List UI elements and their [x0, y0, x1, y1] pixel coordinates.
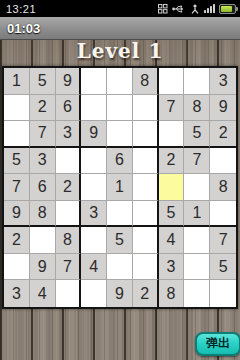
usb-icon [172, 4, 186, 14]
cell-r3c3[interactable]: 3 [56, 121, 82, 148]
cell-r4c7[interactable]: 2 [159, 148, 185, 175]
cell-r6c5[interactable] [107, 201, 133, 228]
cell-r7c9[interactable]: 7 [210, 227, 236, 254]
cell-r6c8[interactable]: 1 [184, 201, 210, 228]
cell-r4c4[interactable] [81, 148, 107, 175]
cell-r2c4[interactable] [81, 95, 107, 122]
cell-r6c7[interactable]: 5 [159, 201, 185, 228]
grid-apps-icon [158, 4, 168, 14]
elapsed-time: 01:03 [0, 21, 40, 36]
cell-r1c8[interactable] [184, 68, 210, 95]
cell-r9c7[interactable]: 8 [159, 280, 185, 307]
cell-r5c1[interactable]: 7 [4, 174, 30, 201]
cell-r9c8[interactable] [184, 280, 210, 307]
cell-r1c6[interactable]: 8 [133, 68, 159, 95]
cell-r7c4[interactable] [81, 227, 107, 254]
cell-r6c4[interactable]: 3 [81, 201, 107, 228]
cell-r2c3[interactable]: 6 [56, 95, 82, 122]
cell-r2c5[interactable] [107, 95, 133, 122]
cell-r5c5[interactable]: 1 [107, 174, 133, 201]
cell-r6c1[interactable]: 9 [4, 201, 30, 228]
cell-r4c2[interactable]: 3 [30, 148, 56, 175]
cell-r4c6[interactable] [133, 148, 159, 175]
cell-r3c6[interactable] [133, 121, 159, 148]
battery-icon [219, 4, 236, 14]
cell-r7c1[interactable]: 2 [4, 227, 30, 254]
cell-r8c8[interactable] [184, 254, 210, 281]
cell-r2c8[interactable]: 8 [184, 95, 210, 122]
cell-r6c9[interactable] [210, 201, 236, 228]
cell-r3c5[interactable] [107, 121, 133, 148]
cell-r3c4[interactable]: 9 [81, 121, 107, 148]
cell-r7c6[interactable] [133, 227, 159, 254]
cell-r2c2[interactable]: 2 [30, 95, 56, 122]
cell-r2c9[interactable]: 9 [210, 95, 236, 122]
cell-r9c9[interactable] [210, 280, 236, 307]
cell-r1c9[interactable]: 3 [210, 68, 236, 95]
cell-r8c9[interactable]: 5 [210, 254, 236, 281]
cell-r7c8[interactable] [184, 227, 210, 254]
cell-r9c1[interactable]: 3 [4, 280, 30, 307]
cell-r5c8[interactable] [184, 174, 210, 201]
cell-r5c6[interactable] [133, 174, 159, 201]
cell-r3c8[interactable]: 5 [184, 121, 210, 148]
clock-label: 13:21 [0, 3, 36, 15]
cell-r8c3[interactable]: 7 [56, 254, 82, 281]
cell-r9c3[interactable] [56, 280, 82, 307]
cell-r6c6[interactable] [133, 201, 159, 228]
cell-r9c5[interactable]: 9 [107, 280, 133, 307]
cell-r8c7[interactable]: 3 [159, 254, 185, 281]
cell-r1c5[interactable] [107, 68, 133, 95]
cell-r9c2[interactable]: 4 [30, 280, 56, 307]
cell-r1c4[interactable] [81, 68, 107, 95]
phone-screen: 13:21 [0, 0, 240, 360]
cell-r5c3[interactable]: 2 [56, 174, 82, 201]
cell-r2c7[interactable]: 7 [159, 95, 185, 122]
cell-r7c7[interactable]: 4 [159, 227, 185, 254]
cell-r6c3[interactable] [56, 201, 82, 228]
cell-r7c5[interactable]: 5 [107, 227, 133, 254]
cell-r7c3[interactable]: 8 [56, 227, 82, 254]
cell-r5c4[interactable] [81, 174, 107, 201]
cell-r6c2[interactable]: 8 [30, 201, 56, 228]
cell-r5c7[interactable] [159, 174, 185, 201]
cell-r3c7[interactable] [159, 121, 185, 148]
cell-r8c1[interactable] [4, 254, 30, 281]
cell-r4c5[interactable]: 6 [107, 148, 133, 175]
cell-r2c1[interactable] [4, 95, 30, 122]
cell-r4c1[interactable]: 5 [4, 148, 30, 175]
cell-r5c9[interactable]: 8 [210, 174, 236, 201]
cell-r5c2[interactable]: 6 [30, 174, 56, 201]
page-title: Level 1 [0, 39, 240, 65]
cell-r2c6[interactable] [133, 95, 159, 122]
cell-r1c2[interactable]: 5 [30, 68, 56, 95]
tethering-icon [190, 4, 200, 14]
cell-r9c6[interactable]: 2 [133, 280, 159, 307]
signal-strength-icon [204, 4, 215, 13]
cell-r9c4[interactable] [81, 280, 107, 307]
cell-r8c6[interactable] [133, 254, 159, 281]
cell-r1c1[interactable]: 1 [4, 68, 30, 95]
cell-r3c2[interactable]: 7 [30, 121, 56, 148]
cell-r4c9[interactable] [210, 148, 236, 175]
cell-r8c5[interactable] [107, 254, 133, 281]
sudoku-board: 1598326789739525362776218983512854797435… [2, 66, 238, 309]
cell-r1c7[interactable] [159, 68, 185, 95]
cell-r1c3[interactable]: 9 [56, 68, 82, 95]
cell-r3c9[interactable]: 2 [210, 121, 236, 148]
timer-bar: 01:03 [0, 17, 240, 40]
cell-r8c2[interactable]: 9 [30, 254, 56, 281]
cell-r4c3[interactable] [56, 148, 82, 175]
cell-r4c8[interactable]: 7 [184, 148, 210, 175]
cell-r3c1[interactable] [4, 121, 30, 148]
popup-button[interactable]: 弹出 [195, 332, 240, 356]
status-bar: 13:21 [0, 0, 240, 17]
cell-r7c2[interactable] [30, 227, 56, 254]
cell-r8c4[interactable]: 4 [81, 254, 107, 281]
